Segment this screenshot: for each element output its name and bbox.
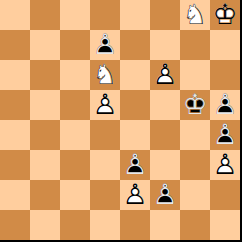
- piece-black-king: ♚♔: [180, 90, 210, 120]
- square-b2[interactable]: [30, 180, 60, 210]
- square-f5[interactable]: [150, 90, 180, 120]
- square-d2[interactable]: [90, 180, 120, 210]
- piece-white-king: ♚♔: [210, 0, 240, 30]
- square-f2[interactable]: ♟♙: [150, 180, 180, 210]
- square-h1[interactable]: [210, 210, 240, 240]
- piece-white-pawn: ♟♙: [210, 150, 240, 180]
- square-g7[interactable]: [180, 30, 210, 60]
- piece-outline-glyph: ♙: [90, 90, 120, 120]
- square-h8[interactable]: ♚♔: [210, 0, 240, 30]
- square-e2[interactable]: ♟♙: [120, 180, 150, 210]
- square-b7[interactable]: [30, 30, 60, 60]
- piece-outline-glyph: ♙: [210, 90, 240, 120]
- square-a5[interactable]: [0, 90, 30, 120]
- square-a6[interactable]: [0, 60, 30, 90]
- piece-outline-glyph: ♘: [90, 60, 120, 90]
- piece-black-pawn: ♟♙: [210, 90, 240, 120]
- square-e6[interactable]: [120, 60, 150, 90]
- square-g3[interactable]: [180, 150, 210, 180]
- square-b1[interactable]: [30, 210, 60, 240]
- square-d3[interactable]: [90, 150, 120, 180]
- square-b6[interactable]: [30, 60, 60, 90]
- square-h2[interactable]: [210, 180, 240, 210]
- square-b4[interactable]: [30, 120, 60, 150]
- piece-white-pawn: ♟♙: [90, 90, 120, 120]
- square-c3[interactable]: [60, 150, 90, 180]
- square-d7[interactable]: ♟♙: [90, 30, 120, 60]
- piece-outline-glyph: ♙: [120, 180, 150, 210]
- square-g1[interactable]: [180, 210, 210, 240]
- square-c5[interactable]: [60, 90, 90, 120]
- piece-white-pawn: ♟♙: [120, 180, 150, 210]
- square-g2[interactable]: [180, 180, 210, 210]
- square-a2[interactable]: [0, 180, 30, 210]
- square-c8[interactable]: [60, 0, 90, 30]
- piece-outline-glyph: ♙: [120, 150, 150, 180]
- piece-outline-glyph: ♙: [90, 30, 120, 60]
- square-b3[interactable]: [30, 150, 60, 180]
- piece-outline-glyph: ♔: [180, 90, 210, 120]
- square-d4[interactable]: [90, 120, 120, 150]
- square-a8[interactable]: [0, 0, 30, 30]
- square-f8[interactable]: [150, 0, 180, 30]
- square-e4[interactable]: [120, 120, 150, 150]
- square-g8[interactable]: ♞♘: [180, 0, 210, 30]
- square-d5[interactable]: ♟♙: [90, 90, 120, 120]
- square-h7[interactable]: [210, 30, 240, 60]
- square-e7[interactable]: [120, 30, 150, 60]
- piece-outline-glyph: ♔: [210, 0, 240, 30]
- square-g5[interactable]: ♚♔: [180, 90, 210, 120]
- square-e8[interactable]: [120, 0, 150, 30]
- square-f1[interactable]: [150, 210, 180, 240]
- square-c4[interactable]: [60, 120, 90, 150]
- piece-black-pawn: ♟♙: [120, 150, 150, 180]
- piece-white-pawn: ♟♙: [150, 60, 180, 90]
- piece-black-pawn: ♟♙: [150, 180, 180, 210]
- square-g4[interactable]: [180, 120, 210, 150]
- square-a3[interactable]: [0, 150, 30, 180]
- square-e3[interactable]: ♟♙: [120, 150, 150, 180]
- square-a7[interactable]: [0, 30, 30, 60]
- square-h4[interactable]: ♟♙: [210, 120, 240, 150]
- square-h6[interactable]: [210, 60, 240, 90]
- square-d8[interactable]: [90, 0, 120, 30]
- square-f6[interactable]: ♟♙: [150, 60, 180, 90]
- square-c7[interactable]: [60, 30, 90, 60]
- square-f7[interactable]: [150, 30, 180, 60]
- piece-black-pawn: ♟♙: [210, 120, 240, 150]
- square-a4[interactable]: [0, 120, 30, 150]
- square-f3[interactable]: [150, 150, 180, 180]
- piece-outline-glyph: ♙: [210, 120, 240, 150]
- square-f4[interactable]: [150, 120, 180, 150]
- square-c1[interactable]: [60, 210, 90, 240]
- square-e1[interactable]: [120, 210, 150, 240]
- piece-black-pawn: ♟♙: [90, 30, 120, 60]
- chess-board: ♞♘♚♔♟♙♞♘♟♙♟♙♚♔♟♙♟♙♟♙♟♙♟♙♟♙: [0, 0, 242, 242]
- square-h3[interactable]: ♟♙: [210, 150, 240, 180]
- square-c6[interactable]: [60, 60, 90, 90]
- square-e5[interactable]: [120, 90, 150, 120]
- piece-outline-glyph: ♙: [210, 150, 240, 180]
- square-b8[interactable]: [30, 0, 60, 30]
- piece-white-knight: ♞♘: [90, 60, 120, 90]
- square-d6[interactable]: ♞♘: [90, 60, 120, 90]
- square-a1[interactable]: [0, 210, 30, 240]
- square-c2[interactable]: [60, 180, 90, 210]
- piece-white-knight: ♞♘: [180, 0, 210, 30]
- square-b5[interactable]: [30, 90, 60, 120]
- piece-outline-glyph: ♙: [150, 180, 180, 210]
- square-h5[interactable]: ♟♙: [210, 90, 240, 120]
- square-g6[interactable]: [180, 60, 210, 90]
- square-d1[interactable]: [90, 210, 120, 240]
- piece-outline-glyph: ♙: [150, 60, 180, 90]
- piece-outline-glyph: ♘: [180, 0, 210, 30]
